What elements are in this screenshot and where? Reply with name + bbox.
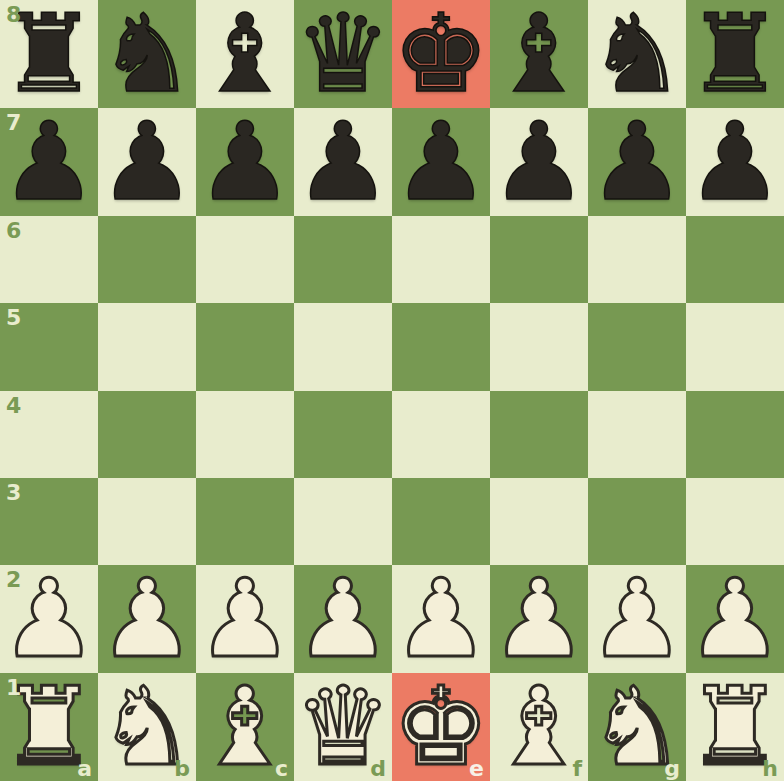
square-h1[interactable]: h♜: [686, 673, 784, 781]
white-pawn-h2[interactable]: ♟: [687, 565, 784, 673]
white-pawn-a2[interactable]: ♟: [1, 565, 98, 673]
square-d8[interactable]: ♛: [294, 0, 392, 108]
square-b8[interactable]: ♞: [98, 0, 196, 108]
square-g5[interactable]: [588, 303, 686, 390]
black-knight-g8[interactable]: ♞: [589, 0, 686, 108]
white-pawn-c2[interactable]: ♟: [197, 565, 294, 673]
square-d4[interactable]: [294, 391, 392, 478]
square-a6[interactable]: 6: [0, 216, 98, 303]
square-f7[interactable]: ♟: [490, 108, 588, 216]
square-b1[interactable]: b♞: [98, 673, 196, 781]
square-a4[interactable]: 4: [0, 391, 98, 478]
square-a7[interactable]: 7♟: [0, 108, 98, 216]
square-g1[interactable]: g♞: [588, 673, 686, 781]
square-g3[interactable]: [588, 478, 686, 565]
white-king-e1[interactable]: ♚: [393, 673, 490, 781]
rank-label-4: 4: [6, 393, 21, 418]
square-b4[interactable]: [98, 391, 196, 478]
black-queen-d8[interactable]: ♛: [295, 0, 392, 108]
black-bishop-f8[interactable]: ♝: [491, 0, 588, 108]
square-d6[interactable]: [294, 216, 392, 303]
square-e7[interactable]: ♟: [392, 108, 490, 216]
black-pawn-e7[interactable]: ♟: [393, 108, 490, 216]
square-e8[interactable]: ♚: [392, 0, 490, 108]
square-h8[interactable]: ♜: [686, 0, 784, 108]
white-rook-h1[interactable]: ♜: [687, 673, 784, 781]
square-f2[interactable]: ♟: [490, 565, 588, 673]
square-h6[interactable]: [686, 216, 784, 303]
square-f8[interactable]: ♝: [490, 0, 588, 108]
square-f4[interactable]: [490, 391, 588, 478]
black-pawn-d7[interactable]: ♟: [295, 108, 392, 216]
square-b2[interactable]: ♟: [98, 565, 196, 673]
square-c3[interactable]: [196, 478, 294, 565]
square-c5[interactable]: [196, 303, 294, 390]
chess-board: 8♜♞♝♛♚♝♞♜7♟♟♟♟♟♟♟♟65432♟♟♟♟♟♟♟♟1a♜b♞c♝d♛…: [0, 0, 784, 781]
white-rook-a1[interactable]: ♜: [1, 673, 98, 781]
square-b6[interactable]: [98, 216, 196, 303]
black-king-e8[interactable]: ♚: [393, 0, 490, 108]
white-pawn-b2[interactable]: ♟: [99, 565, 196, 673]
square-f6[interactable]: [490, 216, 588, 303]
square-g8[interactable]: ♞: [588, 0, 686, 108]
square-d5[interactable]: [294, 303, 392, 390]
rank-label-5: 5: [6, 305, 21, 330]
white-pawn-g2[interactable]: ♟: [589, 565, 686, 673]
square-a3[interactable]: 3: [0, 478, 98, 565]
square-a1[interactable]: 1a♜: [0, 673, 98, 781]
black-bishop-c8[interactable]: ♝: [197, 0, 294, 108]
square-b5[interactable]: [98, 303, 196, 390]
square-b7[interactable]: ♟: [98, 108, 196, 216]
square-e3[interactable]: [392, 478, 490, 565]
square-d3[interactable]: [294, 478, 392, 565]
square-h3[interactable]: [686, 478, 784, 565]
black-pawn-c7[interactable]: ♟: [197, 108, 294, 216]
white-bishop-c1[interactable]: ♝: [197, 673, 294, 781]
square-c7[interactable]: ♟: [196, 108, 294, 216]
square-c1[interactable]: c♝: [196, 673, 294, 781]
black-rook-h8[interactable]: ♜: [687, 0, 784, 108]
square-b3[interactable]: [98, 478, 196, 565]
square-g2[interactable]: ♟: [588, 565, 686, 673]
square-d1[interactable]: d♛: [294, 673, 392, 781]
black-pawn-h7[interactable]: ♟: [687, 108, 784, 216]
square-f3[interactable]: [490, 478, 588, 565]
white-knight-g1[interactable]: ♞: [589, 673, 686, 781]
square-e6[interactable]: [392, 216, 490, 303]
white-queen-d1[interactable]: ♛: [295, 673, 392, 781]
square-c4[interactable]: [196, 391, 294, 478]
black-pawn-b7[interactable]: ♟: [99, 108, 196, 216]
black-pawn-a7[interactable]: ♟: [1, 108, 98, 216]
square-e1[interactable]: e♚: [392, 673, 490, 781]
white-pawn-f2[interactable]: ♟: [491, 565, 588, 673]
black-pawn-f7[interactable]: ♟: [491, 108, 588, 216]
square-h7[interactable]: ♟: [686, 108, 784, 216]
square-h5[interactable]: [686, 303, 784, 390]
white-pawn-d2[interactable]: ♟: [295, 565, 392, 673]
square-c6[interactable]: [196, 216, 294, 303]
square-h4[interactable]: [686, 391, 784, 478]
black-rook-a8[interactable]: ♜: [1, 0, 98, 108]
white-pawn-e2[interactable]: ♟: [393, 565, 490, 673]
square-c8[interactable]: ♝: [196, 0, 294, 108]
square-f5[interactable]: [490, 303, 588, 390]
square-h2[interactable]: ♟: [686, 565, 784, 673]
square-d7[interactable]: ♟: [294, 108, 392, 216]
square-d2[interactable]: ♟: [294, 565, 392, 673]
rank-label-3: 3: [6, 480, 21, 505]
square-f1[interactable]: f♝: [490, 673, 588, 781]
square-e4[interactable]: [392, 391, 490, 478]
square-g7[interactable]: ♟: [588, 108, 686, 216]
square-g4[interactable]: [588, 391, 686, 478]
black-knight-b8[interactable]: ♞: [99, 0, 196, 108]
square-a8[interactable]: 8♜: [0, 0, 98, 108]
square-e2[interactable]: ♟: [392, 565, 490, 673]
square-c2[interactable]: ♟: [196, 565, 294, 673]
square-e5[interactable]: [392, 303, 490, 390]
square-g6[interactable]: [588, 216, 686, 303]
black-pawn-g7[interactable]: ♟: [589, 108, 686, 216]
white-knight-b1[interactable]: ♞: [99, 673, 196, 781]
square-a2[interactable]: 2♟: [0, 565, 98, 673]
white-bishop-f1[interactable]: ♝: [491, 673, 588, 781]
square-a5[interactable]: 5: [0, 303, 98, 390]
